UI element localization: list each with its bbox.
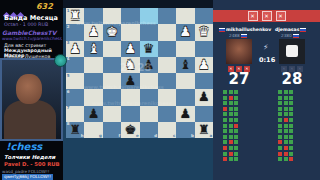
file-label: f	[119, 134, 121, 138]
left-overlay-panel: 632 Банда Месяца Octan · 1 000 RUB Gambl…	[0, 0, 63, 180]
square-c5[interactable]	[158, 73, 176, 89]
square-d3[interactable]: ♛	[140, 41, 158, 57]
square-f6[interactable]	[103, 89, 121, 105]
chess-board[interactable]: 1♜2♟♚♟♛3♟♝♟♛4♞♟♝♟5♟6♟7♟♟8h♜gfe♚dcba♜	[66, 8, 213, 138]
player1-results-grid	[223, 90, 238, 161]
win-cell	[234, 129, 238, 133]
rank-label: 4	[67, 57, 70, 61]
win-cell	[278, 118, 282, 122]
match-timer: 0:16	[259, 56, 275, 64]
loss-cell	[284, 152, 288, 156]
win-cell	[278, 157, 282, 161]
square-c7[interactable]	[158, 106, 176, 122]
white-knight-piece[interactable]: ♞	[121, 57, 139, 73]
win-cell	[278, 101, 282, 105]
loss-cell	[223, 157, 227, 161]
stream-screen: 1♜2♟♚♟♛3♟♝♟♛4♞♟♝♟5♟6♟7♟♟8h♜gfe♚dcba♜ www…	[0, 0, 320, 180]
square-f7[interactable]	[103, 106, 121, 122]
white-pawn-piece[interactable]: ♟	[176, 24, 194, 40]
player1-rating: 2488	[229, 33, 248, 38]
win-cell	[234, 118, 238, 122]
win-cell	[278, 129, 282, 133]
square-a2[interactable]: ♛	[195, 24, 213, 40]
win-cell	[284, 157, 288, 161]
square-b7[interactable]: ♟	[176, 106, 194, 122]
loss-cell	[229, 152, 233, 156]
loss-cell	[229, 96, 233, 100]
win-cell	[289, 101, 293, 105]
file-label: b	[191, 134, 194, 138]
channel-url[interactable]: www.twitch.tv/parenikchess	[2, 36, 62, 41]
win-cell	[223, 152, 227, 156]
win-cell	[223, 101, 227, 105]
white-bishop-piece[interactable]: ♝	[84, 41, 102, 57]
black-rook-piece[interactable]: ♜	[66, 122, 84, 138]
square-d4[interactable]: ♟	[140, 57, 158, 73]
win-cell	[234, 96, 238, 100]
player1-flag-icon	[219, 28, 225, 32]
square-e8[interactable]: e♚	[121, 122, 139, 138]
square-a6[interactable]: ♟	[195, 89, 213, 105]
loss-cell	[223, 107, 227, 111]
win-cell	[223, 140, 227, 144]
square-e3[interactable]: ♟	[121, 41, 139, 57]
player2-rating-flag-icon	[293, 34, 299, 38]
square-f3[interactable]	[103, 41, 121, 57]
black-pawn-piece[interactable]: ♟	[121, 73, 139, 89]
square-f4[interactable]	[103, 57, 121, 73]
streamer-line-1: Для вас стримит	[4, 43, 46, 48]
square-g5[interactable]	[84, 73, 102, 89]
win-cell	[278, 124, 282, 128]
win-cell	[223, 124, 227, 128]
close-icon[interactable]: ✕	[248, 11, 258, 21]
webcam-feed	[0, 58, 63, 141]
webcam-logo-badge	[54, 54, 67, 67]
square-g2[interactable]: ♟	[84, 24, 102, 40]
win-cell	[284, 96, 288, 100]
white-pawn-piece[interactable]: ♟	[66, 41, 84, 57]
win-cell	[229, 90, 233, 94]
win-cell	[223, 135, 227, 139]
square-b6[interactable]	[176, 89, 194, 105]
win-cell	[223, 112, 227, 116]
player2-name: djemasas	[275, 27, 307, 32]
win-cell	[229, 107, 233, 111]
player1-score: 27	[219, 70, 259, 88]
square-h7[interactable]: 7	[66, 106, 84, 122]
player2-rating: 2380	[281, 33, 300, 38]
donors-title: Толчики Недели	[4, 154, 55, 160]
loss-cell	[284, 146, 288, 150]
win-cell	[223, 96, 227, 100]
player2-flag-icon	[300, 28, 306, 32]
black-pawn-piece[interactable]: ♟	[195, 89, 213, 105]
square-b8[interactable]: b	[176, 122, 194, 138]
square-g3[interactable]: ♝	[84, 41, 102, 57]
square-d1[interactable]	[140, 8, 158, 24]
square-g8[interactable]: g	[84, 122, 102, 138]
donor-entry: Pavel D. - 500 RUB	[4, 161, 60, 167]
win-cell	[289, 129, 293, 133]
rank-label: 7	[67, 106, 70, 110]
win-cell	[223, 118, 227, 122]
win-cell	[234, 107, 238, 111]
black-pawn-piece[interactable]: ♟	[84, 106, 102, 122]
win-cell	[229, 124, 233, 128]
rank-label: 6	[67, 90, 70, 94]
match-panel-header: ✕ ✕ ✕	[213, 10, 320, 22]
player2-score: 28	[272, 70, 312, 88]
channel-name: GambleChessTV	[2, 29, 56, 36]
square-g7[interactable]: ♟	[84, 106, 102, 122]
win-cell	[289, 107, 293, 111]
rank-label: 5	[67, 74, 70, 78]
win-cell	[284, 135, 288, 139]
square-h1[interactable]: 1♜	[66, 8, 84, 24]
win-cell	[229, 101, 233, 105]
square-h2[interactable]: 2	[66, 24, 84, 40]
square-a5[interactable]	[195, 73, 213, 89]
square-c4[interactable]	[158, 57, 176, 73]
match-panel: ✕ ✕ ✕ mikhaillushenkov 2488 ✕✕✕ 27 ⚡ 0:1…	[213, 0, 320, 180]
square-b5[interactable]	[176, 73, 194, 89]
square-c3[interactable]	[158, 41, 176, 57]
square-e5[interactable]: ♟	[121, 73, 139, 89]
player2-results-grid	[278, 90, 293, 161]
win-cell	[234, 112, 238, 116]
loss-cell	[284, 118, 288, 122]
win-cell	[289, 90, 293, 94]
win-cell	[289, 96, 293, 100]
square-f2[interactable]: ♚	[103, 24, 121, 40]
square-f5[interactable]	[103, 73, 121, 89]
win-cell	[289, 140, 293, 144]
loss-cell	[229, 140, 233, 144]
win-cell	[289, 124, 293, 128]
square-b4[interactable]: ♝	[176, 57, 194, 73]
black-bishop-piece[interactable]: ♝	[176, 57, 194, 73]
streamer-face	[16, 74, 42, 104]
white-queen-piece[interactable]: ♛	[195, 24, 213, 40]
square-a4[interactable]: ♟	[195, 57, 213, 73]
win-cell	[284, 112, 288, 116]
win-cell	[234, 157, 238, 161]
square-e1[interactable]	[121, 8, 139, 24]
square-c1[interactable]	[158, 8, 176, 24]
win-cell	[278, 112, 282, 116]
close-icon[interactable]: ✕	[276, 11, 286, 21]
win-cell	[229, 135, 233, 139]
player1-name: mikhaillushenkov	[218, 27, 271, 32]
follow-alert-2: qwertyj66kj FOLLOW!!	[2, 174, 53, 180]
win-cell	[234, 152, 238, 156]
win-cell	[278, 135, 282, 139]
loss-cell	[278, 140, 282, 144]
white-pawn-piece[interactable]: ♟	[84, 24, 102, 40]
rank-label: 2	[67, 25, 70, 29]
square-h8[interactable]: 8h♜	[66, 122, 84, 138]
win-cell	[284, 90, 288, 94]
white-king-piece[interactable]: ♚	[103, 24, 121, 40]
win-cell	[234, 101, 238, 105]
square-h4[interactable]: 4	[66, 57, 84, 73]
win-cell	[229, 112, 233, 116]
square-e4[interactable]: ♞	[121, 57, 139, 73]
player2-avatar	[279, 39, 305, 64]
file-label: c	[173, 134, 175, 138]
win-cell	[229, 157, 233, 161]
win-cell	[234, 135, 238, 139]
black-rook-piece[interactable]: ♜	[195, 122, 213, 138]
square-g4[interactable]	[84, 57, 102, 73]
square-a7[interactable]	[195, 106, 213, 122]
white-pawn-piece[interactable]: ♟	[195, 57, 213, 73]
square-d6[interactable]	[140, 89, 158, 105]
win-cell	[289, 135, 293, 139]
square-d8[interactable]: d	[140, 122, 158, 138]
square-c8[interactable]: c	[158, 122, 176, 138]
win-cell	[223, 90, 227, 94]
win-cell	[284, 140, 288, 144]
square-e2[interactable]	[121, 24, 139, 40]
win-cell	[289, 146, 293, 150]
square-g6[interactable]	[84, 89, 102, 105]
square-c2[interactable]	[158, 24, 176, 40]
win-cell	[278, 107, 282, 111]
square-b2[interactable]: ♟	[176, 24, 194, 40]
win-cell	[289, 112, 293, 116]
loss-cell	[289, 157, 293, 161]
win-cell	[234, 140, 238, 144]
win-cell	[284, 129, 288, 133]
square-b1[interactable]	[176, 8, 194, 24]
square-d2[interactable]	[140, 24, 158, 40]
board-top-strip	[63, 0, 213, 8]
square-d5[interactable]	[140, 73, 158, 89]
win-cell	[229, 118, 233, 122]
square-a3[interactable]	[195, 41, 213, 57]
loss-cell	[234, 124, 238, 128]
win-cell	[289, 152, 293, 156]
win-cell	[234, 146, 238, 150]
square-b3[interactable]	[176, 41, 194, 57]
win-cell	[223, 129, 227, 133]
blitz-bolt-icon: ⚡	[263, 43, 269, 52]
square-g1[interactable]	[84, 8, 102, 24]
loss-cell	[223, 146, 227, 150]
square-h5[interactable]: 5	[66, 73, 84, 89]
square-c6[interactable]	[158, 89, 176, 105]
chat-command: !chess	[6, 141, 42, 152]
win-cell	[284, 107, 288, 111]
white-rook-piece[interactable]: ♜	[66, 8, 84, 24]
player2-avatar-logo	[286, 45, 298, 57]
viewer-count: 632	[36, 2, 53, 11]
win-cell	[284, 101, 288, 105]
black-king-piece[interactable]: ♚	[121, 122, 139, 138]
band-of-month-title: Банда Месяца	[4, 14, 58, 22]
player1-avatar	[226, 39, 252, 64]
square-h6[interactable]: 6	[66, 89, 84, 105]
win-cell	[278, 96, 282, 100]
win-cell	[289, 118, 293, 122]
square-d7[interactable]	[140, 106, 158, 122]
black-queen-piece[interactable]: ♛	[140, 41, 158, 57]
square-h3[interactable]: 3♟	[66, 41, 84, 57]
win-cell	[278, 90, 282, 94]
square-e7[interactable]	[121, 106, 139, 122]
file-label: d	[154, 134, 157, 138]
black-pawn-piece[interactable]: ♟	[176, 106, 194, 122]
square-f1[interactable]	[103, 8, 121, 24]
file-label: g	[99, 134, 102, 138]
win-cell	[229, 146, 233, 150]
win-cell	[284, 124, 288, 128]
white-pawn-piece[interactable]: ♟	[121, 41, 139, 57]
square-e6[interactable]	[121, 89, 139, 105]
close-icon[interactable]: ✕	[262, 11, 272, 21]
square-f8[interactable]: f	[103, 122, 121, 138]
player1-rating-flag-icon	[241, 34, 247, 38]
band-of-month-value: Octan · 1 000 RUB	[4, 22, 48, 27]
win-cell	[278, 146, 282, 150]
square-a8[interactable]: a♜	[195, 122, 213, 138]
win-cell	[234, 90, 238, 94]
streamer-torso	[4, 100, 56, 140]
loss-cell	[278, 152, 282, 156]
black-pawn-piece[interactable]: ♟	[140, 57, 158, 73]
square-a1[interactable]	[195, 8, 213, 24]
win-cell	[229, 129, 233, 133]
